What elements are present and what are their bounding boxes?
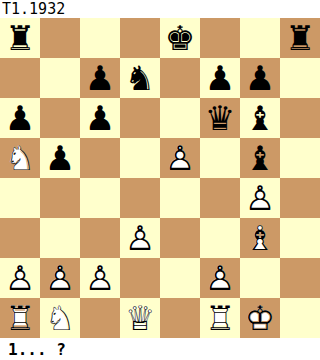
square-d5[interactable] [120,138,160,178]
square-c7[interactable]: ♟ [80,58,120,98]
square-a8[interactable]: ♜ [0,18,40,58]
square-b2[interactable]: ♟♙ [40,258,80,298]
black-pawn-piece: ♟ [80,98,120,138]
square-f5[interactable] [200,138,240,178]
square-d4[interactable] [120,178,160,218]
black-bishop-piece: ♝ [240,98,280,138]
square-d1[interactable]: ♛♕ [120,298,160,338]
square-h7[interactable] [280,58,320,98]
square-f7[interactable]: ♟ [200,58,240,98]
square-b3[interactable] [40,218,80,258]
square-c2[interactable]: ♟♙ [80,258,120,298]
square-h6[interactable] [280,98,320,138]
white-knight-piece: ♞♘ [0,138,40,178]
square-a3[interactable] [0,218,40,258]
square-g8[interactable] [240,18,280,58]
header: T1.1932 [0,0,320,18]
white-knight-piece: ♞♘ [40,298,80,338]
square-c3[interactable] [80,218,120,258]
square-g6[interactable]: ♝ [240,98,280,138]
black-pawn-piece: ♟ [80,58,120,98]
square-h3[interactable] [280,218,320,258]
square-d3[interactable]: ♟♙ [120,218,160,258]
square-f6[interactable]: ♛ [200,98,240,138]
piece-outline: ♙ [120,218,160,258]
square-f3[interactable] [200,218,240,258]
piece-outline: ♘ [40,298,80,338]
black-rook-piece: ♜ [280,18,320,58]
black-king-piece: ♚ [160,18,200,58]
piece-outline: ♖ [0,298,40,338]
square-f4[interactable] [200,178,240,218]
square-f2[interactable]: ♟♙ [200,258,240,298]
square-c5[interactable] [80,138,120,178]
square-d2[interactable] [120,258,160,298]
square-d7[interactable]: ♞ [120,58,160,98]
square-a5[interactable]: ♞♘ [0,138,40,178]
square-g2[interactable] [240,258,280,298]
black-pawn-piece: ♟ [0,98,40,138]
piece-outline: ♗ [240,218,280,258]
square-a1[interactable]: ♜♖ [0,298,40,338]
square-c8[interactable] [80,18,120,58]
piece-outline: ♙ [160,138,200,178]
square-d8[interactable] [120,18,160,58]
square-b6[interactable] [40,98,80,138]
square-h1[interactable] [280,298,320,338]
square-a7[interactable] [0,58,40,98]
white-rook-piece: ♜♖ [200,298,240,338]
square-d6[interactable] [120,98,160,138]
black-pawn-piece: ♟ [200,58,240,98]
black-knight-piece: ♞ [120,58,160,98]
square-g1[interactable]: ♚♔ [240,298,280,338]
white-queen-piece: ♛♕ [120,298,160,338]
chess-app: T1.1932 ♜♚♜♟♞♟♟♟♟♛♝♞♘♟♟♙♝♟♙♟♙♝♗♟♙♟♙♟♙♟♙♜… [0,0,320,360]
piece-outline: ♔ [240,298,280,338]
square-h5[interactable] [280,138,320,178]
square-e7[interactable] [160,58,200,98]
square-g3[interactable]: ♝♗ [240,218,280,258]
footer: 1... ? [0,338,320,360]
white-rook-piece: ♜♖ [0,298,40,338]
white-pawn-piece: ♟♙ [240,178,280,218]
square-a4[interactable] [0,178,40,218]
move-prompt: 1... ? [8,340,66,359]
piece-outline: ♖ [200,298,240,338]
piece-outline: ♙ [0,258,40,298]
square-b7[interactable] [40,58,80,98]
square-g4[interactable]: ♟♙ [240,178,280,218]
piece-outline: ♙ [80,258,120,298]
piece-outline: ♕ [120,298,160,338]
square-e8[interactable]: ♚ [160,18,200,58]
square-h2[interactable] [280,258,320,298]
square-e2[interactable] [160,258,200,298]
square-g5[interactable]: ♝ [240,138,280,178]
square-c4[interactable] [80,178,120,218]
white-pawn-piece: ♟♙ [80,258,120,298]
black-rook-piece: ♜ [0,18,40,58]
square-g7[interactable]: ♟ [240,58,280,98]
black-bishop-piece: ♝ [240,138,280,178]
piece-outline: ♙ [200,258,240,298]
black-queen-piece: ♛ [200,98,240,138]
piece-outline: ♘ [0,138,40,178]
square-b4[interactable] [40,178,80,218]
white-pawn-piece: ♟♙ [160,138,200,178]
chess-board: ♜♚♜♟♞♟♟♟♟♛♝♞♘♟♟♙♝♟♙♟♙♝♗♟♙♟♙♟♙♟♙♜♖♞♘♛♕♜♖♚… [0,18,320,338]
white-bishop-piece: ♝♗ [240,218,280,258]
square-f8[interactable] [200,18,240,58]
black-pawn-piece: ♟ [240,58,280,98]
square-c6[interactable]: ♟ [80,98,120,138]
square-h4[interactable] [280,178,320,218]
white-king-piece: ♚♔ [240,298,280,338]
white-pawn-piece: ♟♙ [200,258,240,298]
square-f1[interactable]: ♜♖ [200,298,240,338]
white-pawn-piece: ♟♙ [40,258,80,298]
square-e3[interactable] [160,218,200,258]
square-e6[interactable] [160,98,200,138]
square-e5[interactable]: ♟♙ [160,138,200,178]
square-c1[interactable] [80,298,120,338]
square-e1[interactable] [160,298,200,338]
piece-outline: ♙ [240,178,280,218]
square-a2[interactable]: ♟♙ [0,258,40,298]
black-pawn-piece: ♟ [40,138,80,178]
square-e4[interactable] [160,178,200,218]
square-b5[interactable]: ♟ [40,138,80,178]
square-a6[interactable]: ♟ [0,98,40,138]
puzzle-title: T1.1932 [2,0,65,18]
piece-outline: ♙ [40,258,80,298]
square-b8[interactable] [40,18,80,58]
white-pawn-piece: ♟♙ [0,258,40,298]
white-pawn-piece: ♟♙ [120,218,160,258]
square-b1[interactable]: ♞♘ [40,298,80,338]
square-h8[interactable]: ♜ [280,18,320,58]
